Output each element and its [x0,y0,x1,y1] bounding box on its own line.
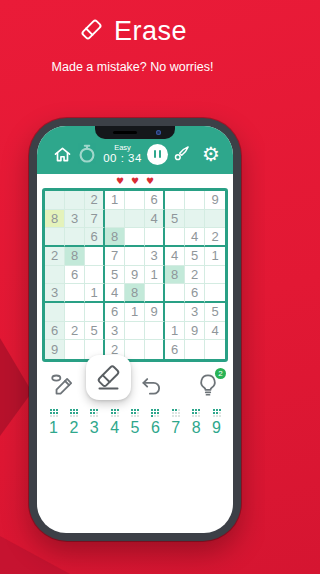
numpad-key-2[interactable]: 2 [66,409,81,436]
placed-count-minigrid [50,409,58,417]
hint-count-badge: 2 [215,368,226,379]
sudoku-cell-r6c7[interactable] [165,284,185,303]
sudoku-cell-r9c9[interactable] [205,340,225,359]
numpad-digit-label: 9 [212,420,221,436]
sudoku-cell-r9c8[interactable] [185,340,205,359]
phone-mockup: Easy 00 : 34 ⚙ ♥ ♥ ♥ [29,118,241,541]
sudoku-cell-r2c9[interactable] [205,210,225,229]
heart-icon: ♥ [131,177,139,186]
placed-count-minigrid [213,409,221,417]
sudoku-cell-r4c2[interactable]: 8 [65,247,85,266]
sudoku-cell-r1c2[interactable] [65,191,85,210]
sudoku-cell-r8c8[interactable]: 9 [185,322,205,341]
sudoku-cell-r4c3[interactable] [85,247,105,266]
numpad-key-8[interactable]: 8 [189,409,204,436]
sudoku-cell-r6c6[interactable] [145,284,165,303]
sudoku-cell-r6c4[interactable]: 4 [105,284,125,303]
sudoku-grid: 2169837456842287345165918231486619356253… [42,188,228,362]
sudoku-cell-r2c4[interactable] [105,210,125,229]
sudoku-cell-r6c9[interactable] [205,284,225,303]
sudoku-cell-r4c8[interactable]: 5 [185,247,205,266]
sudoku-cell-r3c3[interactable]: 6 [85,228,105,247]
phone-notch [95,126,175,139]
sudoku-cell-r3c7[interactable] [165,228,185,247]
sudoku-cell-r1c7[interactable] [165,191,185,210]
sudoku-cell-r8c7[interactable]: 1 [165,322,185,341]
heart-icon: ♥ [146,177,154,186]
sudoku-cell-r3c8[interactable]: 4 [185,228,205,247]
sudoku-cell-r7c5[interactable]: 1 [125,303,145,322]
page-subtitle: Made a mistake? No worries! [0,60,265,74]
sudoku-cell-r9c2[interactable] [65,340,85,359]
restart-timer-icon[interactable] [76,143,98,165]
numpad-digit-label: 7 [171,420,180,436]
placed-count-minigrid [70,409,78,417]
sudoku-cell-r2c6[interactable]: 4 [145,210,165,229]
sudoku-cell-r9c6[interactable] [145,340,165,359]
sudoku-cell-r3c1[interactable] [45,228,65,247]
speaker-slot [113,131,137,134]
placed-count-minigrid [111,409,119,417]
sudoku-cell-r6c2[interactable] [65,284,85,303]
sudoku-cell-r7c3[interactable] [85,303,105,322]
numpad-digit-label: 4 [110,420,119,436]
placed-count-minigrid [172,409,180,417]
sudoku-cell-r1c5[interactable] [125,191,145,210]
numpad-digit-label: 2 [69,420,78,436]
sudoku-cell-r4c5[interactable] [125,247,145,266]
number-pad: 123456789 [37,409,233,436]
sudoku-cell-r8c6[interactable] [145,322,165,341]
sudoku-cell-r6c3[interactable]: 1 [85,284,105,303]
placed-count-minigrid [151,409,159,417]
sudoku-cell-r1c8[interactable] [185,191,205,210]
sudoku-cell-r4c1[interactable]: 2 [45,247,65,266]
camera-dot [156,130,161,135]
eraser-icon [93,362,124,393]
sudoku-cell-r6c5[interactable]: 8 [125,284,145,303]
sudoku-cell-r2c5[interactable] [125,210,145,229]
numpad-key-5[interactable]: 5 [128,409,143,436]
sudoku-cell-r2c7[interactable]: 5 [165,210,185,229]
placed-count-minigrid [131,409,139,417]
placed-count-minigrid [90,409,98,417]
page-title: Erase [114,16,187,47]
sudoku-cell-r1c6[interactable]: 6 [145,191,165,210]
sudoku-cell-r2c3[interactable]: 7 [85,210,105,229]
numpad-digit-label: 6 [151,420,160,436]
phone-screen: Easy 00 : 34 ⚙ ♥ ♥ ♥ [37,126,233,533]
sudoku-cell-r8c9[interactable]: 4 [205,322,225,341]
sudoku-cell-r4c6[interactable]: 3 [145,247,165,266]
sudoku-cell-r5c6[interactable]: 1 [145,266,165,285]
sudoku-cell-r5c5[interactable]: 9 [125,266,145,285]
sudoku-cell-r1c1[interactable] [45,191,65,210]
sudoku-cell-r5c1[interactable] [45,266,65,285]
appbar-right: ⚙ [171,144,220,164]
sudoku-cell-r6c8[interactable]: 6 [185,284,205,303]
sudoku-cell-r3c4[interactable]: 8 [105,228,125,247]
settings-gear-button[interactable]: ⚙ [202,144,220,164]
sudoku-cell-r7c6[interactable]: 9 [145,303,165,322]
numpad-key-3[interactable]: 3 [87,409,102,436]
sudoku-cell-r4c7[interactable]: 4 [165,247,185,266]
numpad-key-1[interactable]: 1 [46,409,61,436]
numpad-key-6[interactable]: 6 [148,409,163,436]
numpad-key-7[interactable]: 7 [168,409,183,436]
sudoku-cell-r5c7[interactable]: 8 [165,266,185,285]
sudoku-cell-r8c4[interactable]: 3 [105,322,125,341]
pause-button[interactable] [147,144,168,165]
timer-cluster: Easy 00 : 34 [76,143,168,165]
sudoku-cell-r9c7[interactable]: 6 [165,340,185,359]
sudoku-cell-r5c8[interactable]: 2 [185,266,205,285]
sudoku-cell-r5c3[interactable] [85,266,105,285]
sudoku-cell-r1c4[interactable]: 1 [105,191,125,210]
sudoku-cell-r1c3[interactable]: 2 [85,191,105,210]
numpad-digit-label: 1 [49,420,58,436]
sudoku-cell-r1c9[interactable]: 9 [205,191,225,210]
notes-pencil-button[interactable] [50,372,77,399]
numpad-key-9[interactable]: 9 [209,409,224,436]
app-store-screenshot: { "page": { "title": "Erase", "subtitle"… [0,0,265,574]
numpad-digit-label: 5 [131,420,140,436]
hint-bulb-button[interactable]: 2 [195,372,221,398]
erase-tool-card[interactable] [86,355,131,400]
sudoku-cell-r7c1[interactable] [45,303,65,322]
marketing-header: Erase Made a mistake? No worries! [0,16,265,74]
sudoku-cell-r8c1[interactable]: 6 [45,322,65,341]
sudoku-cell-r3c5[interactable] [125,228,145,247]
numpad-key-4[interactable]: 4 [107,409,122,436]
sudoku-cell-r5c9[interactable] [205,266,225,285]
sudoku-cell-r9c5[interactable] [125,340,145,359]
sudoku-cell-r8c3[interactable]: 5 [85,322,105,341]
timer-value: 00 : 34 [103,152,142,164]
sudoku-cell-r7c2[interactable] [65,303,85,322]
undo-button[interactable] [138,372,164,398]
sudoku-cell-r9c1[interactable]: 9 [45,340,65,359]
sudoku-cell-r4c4[interactable]: 7 [105,247,125,266]
sudoku-cell-r7c7[interactable] [165,303,185,322]
difficulty-label: Easy [114,144,131,152]
sudoku-cell-r3c6[interactable] [145,228,165,247]
sudoku-cell-r5c4[interactable]: 5 [105,266,125,285]
lives-hearts: ♥ ♥ ♥ [37,174,233,188]
sudoku-cell-r8c2[interactable]: 2 [65,322,85,341]
sudoku-cell-r2c2[interactable]: 3 [65,210,85,229]
board-area: 2169837456842287345165918231486619356253… [42,188,228,362]
sudoku-cell-r7c4[interactable]: 6 [105,303,125,322]
timer-display: Easy 00 : 34 [103,144,142,164]
sudoku-cell-r2c8[interactable] [185,210,205,229]
sudoku-cell-r3c9[interactable]: 2 [205,228,225,247]
sudoku-cell-r5c2[interactable]: 6 [65,266,85,285]
tool-bar: 2 [37,364,233,408]
sudoku-cell-r8c5[interactable] [125,322,145,341]
sudoku-cell-r3c2[interactable] [65,228,85,247]
numpad-digit-label: 8 [192,420,201,436]
placed-count-minigrid [192,409,200,417]
numpad-digit-label: 3 [90,420,99,436]
home-button[interactable] [52,144,73,165]
sudoku-cell-r6c1[interactable]: 3 [45,284,65,303]
sudoku-cell-r4c9[interactable]: 1 [205,247,225,266]
heart-icon: ♥ [116,177,124,186]
sudoku-cell-r7c8[interactable]: 3 [185,303,205,322]
eraser-icon [78,16,105,47]
sudoku-cell-r7c9[interactable]: 5 [205,303,225,322]
sudoku-cell-r2c1[interactable]: 8 [45,210,65,229]
brush-theme-button[interactable] [171,144,191,164]
